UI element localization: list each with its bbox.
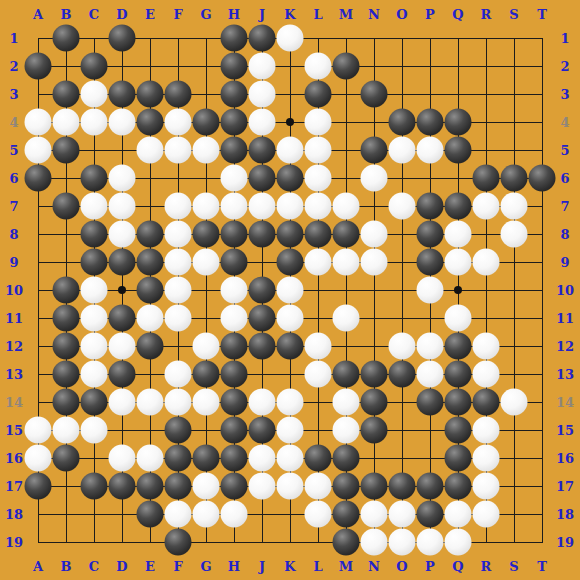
black-stone-H12[interactable]: [221, 333, 248, 360]
black-stone-M19[interactable]: [333, 529, 360, 556]
black-stone-H2[interactable]: [221, 53, 248, 80]
black-stone-E18[interactable]: [137, 501, 164, 528]
white-stone-G9[interactable]: [193, 249, 220, 276]
black-stone-O13[interactable]: [389, 361, 416, 388]
row-label-left: 7: [9, 200, 18, 213]
column-label-bottom: N: [368, 560, 380, 573]
white-stone-H6[interactable]: [221, 165, 248, 192]
white-stone-P12[interactable]: [417, 333, 444, 360]
white-stone-A5[interactable]: [25, 137, 52, 164]
black-stone-N13[interactable]: [361, 361, 388, 388]
white-stone-N9[interactable]: [361, 249, 388, 276]
white-stone-Q9[interactable]: [445, 249, 472, 276]
white-stone-D16[interactable]: [109, 445, 136, 472]
black-stone-K9[interactable]: [277, 249, 304, 276]
white-stone-H18[interactable]: [221, 501, 248, 528]
black-stone-F16[interactable]: [165, 445, 192, 472]
column-label-top: R: [481, 8, 492, 21]
row-label-right: 3: [560, 88, 569, 101]
black-stone-F17[interactable]: [165, 473, 192, 500]
white-stone-G12[interactable]: [193, 333, 220, 360]
white-stone-C10[interactable]: [81, 277, 108, 304]
black-stone-N14[interactable]: [361, 389, 388, 416]
column-label-bottom: P: [425, 560, 435, 573]
row-label-right: 9: [560, 256, 569, 269]
white-stone-C11[interactable]: [81, 305, 108, 332]
black-stone-E3[interactable]: [137, 81, 164, 108]
white-stone-Q18[interactable]: [445, 501, 472, 528]
column-label-bottom: C: [89, 560, 99, 573]
black-stone-G16[interactable]: [193, 445, 220, 472]
black-stone-C14[interactable]: [81, 389, 108, 416]
row-label-left: 12: [5, 340, 23, 353]
black-stone-C9[interactable]: [81, 249, 108, 276]
black-stone-O4[interactable]: [389, 109, 416, 136]
white-stone-G5[interactable]: [193, 137, 220, 164]
white-stone-K1[interactable]: [277, 25, 304, 52]
black-stone-L8[interactable]: [305, 221, 332, 248]
black-stone-H8[interactable]: [221, 221, 248, 248]
white-stone-L7[interactable]: [305, 193, 332, 220]
white-stone-S7[interactable]: [501, 193, 528, 220]
black-stone-E8[interactable]: [137, 221, 164, 248]
black-stone-L3[interactable]: [305, 81, 332, 108]
black-stone-N5[interactable]: [361, 137, 388, 164]
black-stone-Q12[interactable]: [445, 333, 472, 360]
row-label-right: 10: [556, 284, 574, 297]
row-label-right: 19: [556, 536, 574, 549]
black-stone-B11[interactable]: [53, 305, 80, 332]
black-stone-Q15[interactable]: [445, 417, 472, 444]
black-stone-P8[interactable]: [417, 221, 444, 248]
row-label-right: 14: [556, 396, 574, 409]
black-stone-F3[interactable]: [165, 81, 192, 108]
white-stone-F9[interactable]: [165, 249, 192, 276]
white-stone-P5[interactable]: [417, 137, 444, 164]
black-stone-L16[interactable]: [305, 445, 332, 472]
row-label-left: 17: [5, 480, 23, 493]
row-label-right: 18: [556, 508, 574, 521]
white-stone-S8[interactable]: [501, 221, 528, 248]
row-label-right: 6: [560, 172, 569, 185]
column-label-bottom: R: [481, 560, 492, 573]
column-label-bottom: M: [339, 560, 353, 573]
black-stone-K8[interactable]: [277, 221, 304, 248]
white-stone-L13[interactable]: [305, 361, 332, 388]
column-label-bottom: S: [509, 560, 518, 573]
black-stone-H9[interactable]: [221, 249, 248, 276]
white-stone-D8[interactable]: [109, 221, 136, 248]
column-label-bottom: D: [116, 560, 127, 573]
black-stone-B3[interactable]: [53, 81, 80, 108]
white-stone-K16[interactable]: [277, 445, 304, 472]
black-stone-E17[interactable]: [137, 473, 164, 500]
column-label-bottom: J: [259, 560, 265, 573]
black-stone-J11[interactable]: [249, 305, 276, 332]
black-stone-M8[interactable]: [333, 221, 360, 248]
white-stone-O19[interactable]: [389, 529, 416, 556]
row-label-right: 17: [556, 480, 574, 493]
white-stone-J17[interactable]: [249, 473, 276, 500]
white-stone-M15[interactable]: [333, 417, 360, 444]
black-stone-M17[interactable]: [333, 473, 360, 500]
white-stone-F13[interactable]: [165, 361, 192, 388]
black-stone-Q4[interactable]: [445, 109, 472, 136]
black-stone-B14[interactable]: [53, 389, 80, 416]
column-label-bottom: B: [61, 560, 72, 573]
black-stone-J6[interactable]: [249, 165, 276, 192]
white-stone-C13[interactable]: [81, 361, 108, 388]
black-stone-J5[interactable]: [249, 137, 276, 164]
row-label-right: 1: [560, 32, 569, 45]
white-stone-D6[interactable]: [109, 165, 136, 192]
white-stone-G14[interactable]: [193, 389, 220, 416]
column-label-top: T: [537, 8, 547, 21]
black-stone-O17[interactable]: [389, 473, 416, 500]
white-stone-M9[interactable]: [333, 249, 360, 276]
row-label-left: 5: [9, 144, 18, 157]
black-stone-T6[interactable]: [529, 165, 556, 192]
column-label-top: Q: [452, 8, 463, 21]
white-stone-F7[interactable]: [165, 193, 192, 220]
black-stone-K6[interactable]: [277, 165, 304, 192]
white-stone-F11[interactable]: [165, 305, 192, 332]
white-stone-K17[interactable]: [277, 473, 304, 500]
column-label-top: M: [339, 8, 353, 21]
row-label-left: 3: [9, 88, 18, 101]
black-stone-M2[interactable]: [333, 53, 360, 80]
white-stone-E11[interactable]: [137, 305, 164, 332]
column-label-top: G: [200, 8, 211, 21]
row-label-left: 9: [9, 256, 18, 269]
white-stone-C12[interactable]: [81, 333, 108, 360]
black-stone-D9[interactable]: [109, 249, 136, 276]
black-stone-C6[interactable]: [81, 165, 108, 192]
black-stone-B10[interactable]: [53, 277, 80, 304]
white-stone-B15[interactable]: [53, 417, 80, 444]
white-stone-O12[interactable]: [389, 333, 416, 360]
white-stone-J4[interactable]: [249, 109, 276, 136]
row-label-right: 7: [560, 200, 569, 213]
white-stone-R16[interactable]: [473, 445, 500, 472]
column-label-bottom: H: [228, 560, 240, 573]
white-stone-R18[interactable]: [473, 501, 500, 528]
go-board[interactable]: AABBCCDDEEFFGGHHJJKKLLMMNNOOPPQQRRSSTT11…: [0, 0, 580, 580]
black-stone-M18[interactable]: [333, 501, 360, 528]
black-stone-B13[interactable]: [53, 361, 80, 388]
column-label-top: B: [61, 8, 72, 21]
black-stone-E9[interactable]: [137, 249, 164, 276]
black-stone-M13[interactable]: [333, 361, 360, 388]
white-stone-O7[interactable]: [389, 193, 416, 220]
black-stone-D3[interactable]: [109, 81, 136, 108]
white-stone-O5[interactable]: [389, 137, 416, 164]
row-label-right: 12: [556, 340, 574, 353]
white-stone-R13[interactable]: [473, 361, 500, 388]
white-stone-Q11[interactable]: [445, 305, 472, 332]
column-label-bottom: A: [33, 560, 43, 573]
white-stone-J3[interactable]: [249, 81, 276, 108]
row-label-left: 2: [9, 60, 18, 73]
row-label-left: 16: [5, 452, 23, 465]
column-label-bottom: T: [537, 560, 547, 573]
white-stone-N19[interactable]: [361, 529, 388, 556]
black-stone-E4[interactable]: [137, 109, 164, 136]
white-stone-L6[interactable]: [305, 165, 332, 192]
white-stone-F14[interactable]: [165, 389, 192, 416]
white-stone-M11[interactable]: [333, 305, 360, 332]
white-stone-G17[interactable]: [193, 473, 220, 500]
white-stone-L5[interactable]: [305, 137, 332, 164]
white-stone-C4[interactable]: [81, 109, 108, 136]
white-stone-D14[interactable]: [109, 389, 136, 416]
white-stone-H11[interactable]: [221, 305, 248, 332]
black-stone-H14[interactable]: [221, 389, 248, 416]
white-stone-O18[interactable]: [389, 501, 416, 528]
black-stone-H1[interactable]: [221, 25, 248, 52]
white-stone-R9[interactable]: [473, 249, 500, 276]
white-stone-J2[interactable]: [249, 53, 276, 80]
row-label-left: 10: [5, 284, 23, 297]
white-stone-P13[interactable]: [417, 361, 444, 388]
white-stone-D4[interactable]: [109, 109, 136, 136]
white-stone-R17[interactable]: [473, 473, 500, 500]
white-stone-L18[interactable]: [305, 501, 332, 528]
black-stone-P17[interactable]: [417, 473, 444, 500]
black-stone-N15[interactable]: [361, 417, 388, 444]
black-stone-G13[interactable]: [193, 361, 220, 388]
column-label-top: A: [33, 8, 43, 21]
white-stone-C7[interactable]: [81, 193, 108, 220]
row-label-right: 15: [556, 424, 574, 437]
white-stone-A4[interactable]: [25, 109, 52, 136]
white-stone-K10[interactable]: [277, 277, 304, 304]
white-stone-J14[interactable]: [249, 389, 276, 416]
white-stone-F8[interactable]: [165, 221, 192, 248]
black-stone-Q13[interactable]: [445, 361, 472, 388]
white-stone-N6[interactable]: [361, 165, 388, 192]
row-label-right: 2: [560, 60, 569, 73]
black-stone-E10[interactable]: [137, 277, 164, 304]
black-stone-P18[interactable]: [417, 501, 444, 528]
black-stone-B1[interactable]: [53, 25, 80, 52]
row-label-right: 5: [560, 144, 569, 157]
white-stone-B4[interactable]: [53, 109, 80, 136]
white-stone-P10[interactable]: [417, 277, 444, 304]
grid-line-vertical: [514, 38, 515, 543]
row-label-left: 15: [5, 424, 23, 437]
column-label-top: E: [145, 8, 155, 21]
white-stone-A15[interactable]: [25, 417, 52, 444]
row-label-left: 8: [9, 228, 18, 241]
black-stone-C17[interactable]: [81, 473, 108, 500]
white-stone-D12[interactable]: [109, 333, 136, 360]
white-stone-J7[interactable]: [249, 193, 276, 220]
row-label-left: 11: [5, 312, 23, 325]
star-point: [454, 286, 462, 294]
white-stone-C3[interactable]: [81, 81, 108, 108]
column-label-bottom: Q: [452, 560, 463, 573]
black-stone-P4[interactable]: [417, 109, 444, 136]
star-point: [286, 118, 294, 126]
grid-line-vertical: [374, 38, 375, 543]
white-stone-L4[interactable]: [305, 109, 332, 136]
white-stone-N18[interactable]: [361, 501, 388, 528]
column-label-top: O: [396, 8, 407, 21]
white-stone-Q19[interactable]: [445, 529, 472, 556]
black-stone-S6[interactable]: [501, 165, 528, 192]
black-stone-A6[interactable]: [25, 165, 52, 192]
column-label-bottom: O: [396, 560, 407, 573]
black-stone-H4[interactable]: [221, 109, 248, 136]
white-stone-A16[interactable]: [25, 445, 52, 472]
black-stone-J1[interactable]: [249, 25, 276, 52]
white-stone-E5[interactable]: [137, 137, 164, 164]
black-stone-J15[interactable]: [249, 417, 276, 444]
white-stone-H10[interactable]: [221, 277, 248, 304]
black-stone-R6[interactable]: [473, 165, 500, 192]
row-label-left: 19: [5, 536, 23, 549]
black-stone-N3[interactable]: [361, 81, 388, 108]
white-stone-L9[interactable]: [305, 249, 332, 276]
white-stone-H7[interactable]: [221, 193, 248, 220]
black-stone-H3[interactable]: [221, 81, 248, 108]
black-stone-C8[interactable]: [81, 221, 108, 248]
black-stone-N17[interactable]: [361, 473, 388, 500]
black-stone-G8[interactable]: [193, 221, 220, 248]
column-label-bottom: L: [313, 560, 322, 573]
row-label-left: 4: [9, 116, 18, 129]
row-label-right: 4: [560, 116, 569, 129]
column-label-top: S: [509, 8, 518, 21]
black-stone-Q5[interactable]: [445, 137, 472, 164]
grid-line-vertical: [542, 38, 543, 543]
white-stone-F10[interactable]: [165, 277, 192, 304]
black-stone-P7[interactable]: [417, 193, 444, 220]
star-point: [118, 286, 126, 294]
white-stone-S14[interactable]: [501, 389, 528, 416]
black-stone-K12[interactable]: [277, 333, 304, 360]
column-label-top: L: [313, 8, 322, 21]
column-label-top: J: [259, 8, 265, 21]
white-stone-F18[interactable]: [165, 501, 192, 528]
column-label-bottom: E: [145, 560, 155, 573]
black-stone-J10[interactable]: [249, 277, 276, 304]
white-stone-K7[interactable]: [277, 193, 304, 220]
black-stone-P9[interactable]: [417, 249, 444, 276]
white-stone-E14[interactable]: [137, 389, 164, 416]
black-stone-E12[interactable]: [137, 333, 164, 360]
white-stone-K11[interactable]: [277, 305, 304, 332]
black-stone-Q16[interactable]: [445, 445, 472, 472]
white-stone-L2[interactable]: [305, 53, 332, 80]
white-stone-L17[interactable]: [305, 473, 332, 500]
white-stone-L12[interactable]: [305, 333, 332, 360]
white-stone-J16[interactable]: [249, 445, 276, 472]
black-stone-B16[interactable]: [53, 445, 80, 472]
black-stone-H15[interactable]: [221, 417, 248, 444]
row-label-right: 8: [560, 228, 569, 241]
black-stone-H17[interactable]: [221, 473, 248, 500]
black-stone-H16[interactable]: [221, 445, 248, 472]
black-stone-D11[interactable]: [109, 305, 136, 332]
row-label-left: 6: [9, 172, 18, 185]
black-stone-H13[interactable]: [221, 361, 248, 388]
black-stone-J8[interactable]: [249, 221, 276, 248]
column-label-top: C: [89, 8, 99, 21]
white-stone-K5[interactable]: [277, 137, 304, 164]
white-stone-P19[interactable]: [417, 529, 444, 556]
black-stone-J12[interactable]: [249, 333, 276, 360]
white-stone-C15[interactable]: [81, 417, 108, 444]
column-label-bottom: K: [284, 560, 295, 573]
black-stone-B12[interactable]: [53, 333, 80, 360]
row-label-left: 18: [5, 508, 23, 521]
white-stone-E16[interactable]: [137, 445, 164, 472]
column-label-bottom: F: [173, 560, 182, 573]
black-stone-C2[interactable]: [81, 53, 108, 80]
column-label-top: N: [368, 8, 380, 21]
row-label-left: 1: [9, 32, 18, 45]
black-stone-D1[interactable]: [109, 25, 136, 52]
column-label-top: H: [228, 8, 240, 21]
column-label-top: K: [284, 8, 295, 21]
row-label-right: 16: [556, 452, 574, 465]
white-stone-Q8[interactable]: [445, 221, 472, 248]
white-stone-K14[interactable]: [277, 389, 304, 416]
black-stone-F19[interactable]: [165, 529, 192, 556]
black-stone-A17[interactable]: [25, 473, 52, 500]
black-stone-R14[interactable]: [473, 389, 500, 416]
black-stone-M16[interactable]: [333, 445, 360, 472]
black-stone-B5[interactable]: [53, 137, 80, 164]
white-stone-K15[interactable]: [277, 417, 304, 444]
white-stone-F5[interactable]: [165, 137, 192, 164]
white-stone-R7[interactable]: [473, 193, 500, 220]
column-label-top: D: [116, 8, 127, 21]
white-stone-R15[interactable]: [473, 417, 500, 444]
white-stone-M14[interactable]: [333, 389, 360, 416]
black-stone-P14[interactable]: [417, 389, 444, 416]
black-stone-G4[interactable]: [193, 109, 220, 136]
black-stone-F15[interactable]: [165, 417, 192, 444]
black-stone-D13[interactable]: [109, 361, 136, 388]
black-stone-Q17[interactable]: [445, 473, 472, 500]
white-stone-G7[interactable]: [193, 193, 220, 220]
black-stone-Q7[interactable]: [445, 193, 472, 220]
black-stone-H5[interactable]: [221, 137, 248, 164]
row-label-right: 13: [556, 368, 574, 381]
black-stone-Q14[interactable]: [445, 389, 472, 416]
white-stone-N8[interactable]: [361, 221, 388, 248]
black-stone-D17[interactable]: [109, 473, 136, 500]
row-label-left: 13: [5, 368, 23, 381]
column-label-top: P: [425, 8, 435, 21]
column-label-bottom: G: [200, 560, 211, 573]
row-label-left: 14: [5, 396, 23, 409]
black-stone-B7[interactable]: [53, 193, 80, 220]
column-label-top: F: [173, 8, 182, 21]
white-stone-G18[interactable]: [193, 501, 220, 528]
white-stone-D7[interactable]: [109, 193, 136, 220]
black-stone-A2[interactable]: [25, 53, 52, 80]
white-stone-R12[interactable]: [473, 333, 500, 360]
row-label-right: 11: [556, 312, 574, 325]
white-stone-M7[interactable]: [333, 193, 360, 220]
white-stone-F4[interactable]: [165, 109, 192, 136]
